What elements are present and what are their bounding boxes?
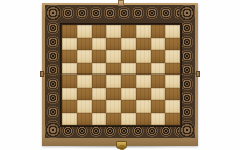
- brass-clasp-icon[interactable]: [116, 141, 127, 149]
- square-c8[interactable]: [92, 25, 107, 38]
- square-d7[interactable]: [106, 38, 121, 51]
- carved-band-top: [61, 5, 179, 21]
- square-h2[interactable]: [165, 100, 180, 113]
- square-c3[interactable]: [92, 88, 107, 101]
- square-d6[interactable]: [106, 50, 121, 63]
- square-c6[interactable]: [92, 50, 107, 63]
- square-b7[interactable]: [77, 38, 92, 51]
- square-h6[interactable]: [165, 50, 180, 63]
- square-g1[interactable]: [151, 113, 166, 126]
- hinge-notch-left: [40, 71, 44, 77]
- square-d3[interactable]: [106, 88, 121, 101]
- square-a7[interactable]: [62, 38, 77, 51]
- square-c2[interactable]: [92, 100, 107, 113]
- hinge-notch-right: [196, 71, 200, 77]
- square-g6[interactable]: [151, 50, 166, 63]
- square-a8[interactable]: [62, 25, 77, 38]
- square-e8[interactable]: [121, 25, 136, 38]
- product-photo: [0, 0, 240, 150]
- square-a2[interactable]: [62, 100, 77, 113]
- square-h1[interactable]: [165, 113, 180, 126]
- carved-band-bottom: [61, 125, 179, 138]
- square-a1[interactable]: [62, 113, 77, 126]
- square-b2[interactable]: [77, 100, 92, 113]
- corner-rosette-top-left: [45, 5, 61, 21]
- square-a3[interactable]: [62, 88, 77, 101]
- square-e7[interactable]: [121, 38, 136, 51]
- square-f6[interactable]: [136, 50, 151, 63]
- square-c4[interactable]: [92, 75, 107, 88]
- square-f3[interactable]: [136, 88, 151, 101]
- square-b8[interactable]: [77, 25, 92, 38]
- square-g3[interactable]: [151, 88, 166, 101]
- square-h8[interactable]: [165, 25, 180, 38]
- square-g2[interactable]: [151, 100, 166, 113]
- square-h7[interactable]: [165, 38, 180, 51]
- square-a6[interactable]: [62, 50, 77, 63]
- chess-board-box: [42, 3, 198, 146]
- square-f7[interactable]: [136, 38, 151, 51]
- square-e3[interactable]: [121, 88, 136, 101]
- square-g4[interactable]: [151, 75, 166, 88]
- square-b1[interactable]: [77, 113, 92, 126]
- square-d4[interactable]: [106, 75, 121, 88]
- fold-seam: [42, 73, 198, 75]
- square-e6[interactable]: [121, 50, 136, 63]
- square-g7[interactable]: [151, 38, 166, 51]
- square-f8[interactable]: [136, 25, 151, 38]
- square-e2[interactable]: [121, 100, 136, 113]
- square-c7[interactable]: [92, 38, 107, 51]
- square-e4[interactable]: [121, 75, 136, 88]
- square-f4[interactable]: [136, 75, 151, 88]
- square-g8[interactable]: [151, 25, 166, 38]
- corner-rosette-top-right: [179, 5, 195, 21]
- chess-grid: [61, 24, 181, 126]
- square-d2[interactable]: [106, 100, 121, 113]
- square-a4[interactable]: [62, 75, 77, 88]
- square-d8[interactable]: [106, 25, 121, 38]
- square-f2[interactable]: [136, 100, 151, 113]
- square-b3[interactable]: [77, 88, 92, 101]
- square-h3[interactable]: [165, 88, 180, 101]
- corner-rosette-bottom-left: [45, 122, 61, 138]
- square-b6[interactable]: [77, 50, 92, 63]
- clasp-ring-icon: [119, 145, 125, 150]
- square-f1[interactable]: [136, 113, 151, 126]
- hinge-tab-icon: [118, 0, 124, 6]
- corner-rosette-bottom-right: [179, 122, 195, 138]
- square-c1[interactable]: [92, 113, 107, 126]
- square-h4[interactable]: [165, 75, 180, 88]
- square-e1[interactable]: [121, 113, 136, 126]
- square-d1[interactable]: [106, 113, 121, 126]
- square-b4[interactable]: [77, 75, 92, 88]
